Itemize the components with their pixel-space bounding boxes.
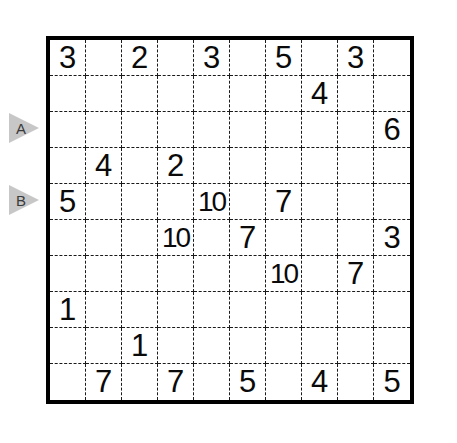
cell-r7c3[interactable] [122, 256, 158, 292]
cell-r2c10[interactable] [374, 76, 410, 112]
cell-r5c6[interactable] [230, 184, 266, 220]
cell-r10c3[interactable] [122, 364, 158, 400]
cell-r10c1[interactable] [50, 364, 86, 400]
cell-r4c4[interactable]: 2 [158, 148, 194, 184]
cell-r8c2[interactable] [86, 292, 122, 328]
cell-r3c5[interactable] [194, 112, 230, 148]
cell-r8c5[interactable] [194, 292, 230, 328]
cell-r8c6[interactable] [230, 292, 266, 328]
cell-r3c9[interactable] [338, 112, 374, 148]
cell-r3c8[interactable] [302, 112, 338, 148]
cell-r3c10[interactable]: 6 [374, 112, 410, 148]
cell-r7c9[interactable]: 7 [338, 256, 374, 292]
cell-r1c1[interactable]: 3 [50, 40, 86, 76]
cell-r5c3[interactable] [122, 184, 158, 220]
answer-row-marker-a: A [9, 113, 39, 143]
cell-r8c1[interactable]: 1 [50, 292, 86, 328]
cell-r9c8[interactable] [302, 328, 338, 364]
cell-r7c6[interactable] [230, 256, 266, 292]
cell-r6c8[interactable] [302, 220, 338, 256]
cell-r5c2[interactable] [86, 184, 122, 220]
cell-r7c5[interactable] [194, 256, 230, 292]
cell-r7c1[interactable] [50, 256, 86, 292]
cell-r10c2[interactable]: 7 [86, 364, 122, 400]
cell-r9c10[interactable] [374, 328, 410, 364]
cell-r9c2[interactable] [86, 328, 122, 364]
cell-r10c4[interactable]: 7 [158, 364, 194, 400]
cell-r4c2[interactable]: 4 [86, 148, 122, 184]
cell-r4c5[interactable] [194, 148, 230, 184]
cell-r2c9[interactable] [338, 76, 374, 112]
marker-label-b: B [12, 185, 30, 215]
cell-r4c6[interactable] [230, 148, 266, 184]
cell-r3c6[interactable] [230, 112, 266, 148]
cell-r10c6[interactable]: 5 [230, 364, 266, 400]
cell-r7c4[interactable] [158, 256, 194, 292]
cell-r9c3[interactable]: 1 [122, 328, 158, 364]
answer-row-marker-b: B [9, 185, 39, 215]
cell-r1c4[interactable] [158, 40, 194, 76]
cell-r6c6[interactable]: 7 [230, 220, 266, 256]
cell-r6c2[interactable] [86, 220, 122, 256]
cell-r4c3[interactable] [122, 148, 158, 184]
cell-r1c10[interactable] [374, 40, 410, 76]
cell-r9c9[interactable] [338, 328, 374, 364]
cell-r10c8[interactable]: 4 [302, 364, 338, 400]
cell-r2c4[interactable] [158, 76, 194, 112]
cell-r3c3[interactable] [122, 112, 158, 148]
cell-r9c1[interactable] [50, 328, 86, 364]
cell-r8c7[interactable] [266, 292, 302, 328]
cell-r5c4[interactable] [158, 184, 194, 220]
cell-r2c1[interactable] [50, 76, 86, 112]
cell-r4c10[interactable] [374, 148, 410, 184]
cell-r1c3[interactable]: 2 [122, 40, 158, 76]
cell-r1c2[interactable] [86, 40, 122, 76]
cell-r9c4[interactable] [158, 328, 194, 364]
cell-r8c9[interactable] [338, 292, 374, 328]
cell-r6c1[interactable] [50, 220, 86, 256]
cell-r2c6[interactable] [230, 76, 266, 112]
cell-r10c5[interactable] [194, 364, 230, 400]
cell-r1c8[interactable] [302, 40, 338, 76]
cell-r10c10[interactable]: 5 [374, 364, 410, 400]
cell-r1c5[interactable]: 3 [194, 40, 230, 76]
cell-r3c4[interactable] [158, 112, 194, 148]
cell-r1c9[interactable]: 3 [338, 40, 374, 76]
cell-r6c7[interactable] [266, 220, 302, 256]
cell-r7c7[interactable]: 10 [266, 256, 302, 292]
cell-r5c7[interactable]: 7 [266, 184, 302, 220]
cell-r7c8[interactable] [302, 256, 338, 292]
cell-r5c9[interactable] [338, 184, 374, 220]
cell-r7c2[interactable] [86, 256, 122, 292]
cell-r8c3[interactable] [122, 292, 158, 328]
cell-r2c5[interactable] [194, 76, 230, 112]
cell-r8c10[interactable] [374, 292, 410, 328]
cell-r10c7[interactable] [266, 364, 302, 400]
cell-r6c9[interactable] [338, 220, 374, 256]
cell-r4c8[interactable] [302, 148, 338, 184]
cell-r2c3[interactable] [122, 76, 158, 112]
cell-r8c8[interactable] [302, 292, 338, 328]
cell-r9c6[interactable] [230, 328, 266, 364]
cell-r2c8[interactable]: 4 [302, 76, 338, 112]
cell-r5c8[interactable] [302, 184, 338, 220]
cell-r2c2[interactable] [86, 76, 122, 112]
cell-r9c7[interactable] [266, 328, 302, 364]
cell-r3c1[interactable] [50, 112, 86, 148]
cell-r6c10[interactable]: 3 [374, 220, 410, 256]
fillomino-board: 323534642510710731071177545 [46, 36, 414, 404]
cell-r2c7[interactable] [266, 76, 302, 112]
cell-r7c10[interactable] [374, 256, 410, 292]
cell-r3c2[interactable] [86, 112, 122, 148]
cell-r9c5[interactable] [194, 328, 230, 364]
cell-r4c1[interactable] [50, 148, 86, 184]
cell-r5c10[interactable] [374, 184, 410, 220]
cell-r6c3[interactable] [122, 220, 158, 256]
cell-r5c5[interactable]: 10 [194, 184, 230, 220]
cell-r1c6[interactable] [230, 40, 266, 76]
puzzle-page: A B 323534642510710731071177545 [0, 0, 457, 443]
cell-r1c7[interactable]: 5 [266, 40, 302, 76]
marker-label-a: A [12, 113, 30, 143]
cell-r8c4[interactable] [158, 292, 194, 328]
cell-r4c9[interactable] [338, 148, 374, 184]
cell-r6c5[interactable] [194, 220, 230, 256]
cell-r5c1[interactable]: 5 [50, 184, 86, 220]
cell-r6c4[interactable]: 10 [158, 220, 194, 256]
cell-r3c7[interactable] [266, 112, 302, 148]
cell-r4c7[interactable] [266, 148, 302, 184]
cell-r10c9[interactable] [338, 364, 374, 400]
